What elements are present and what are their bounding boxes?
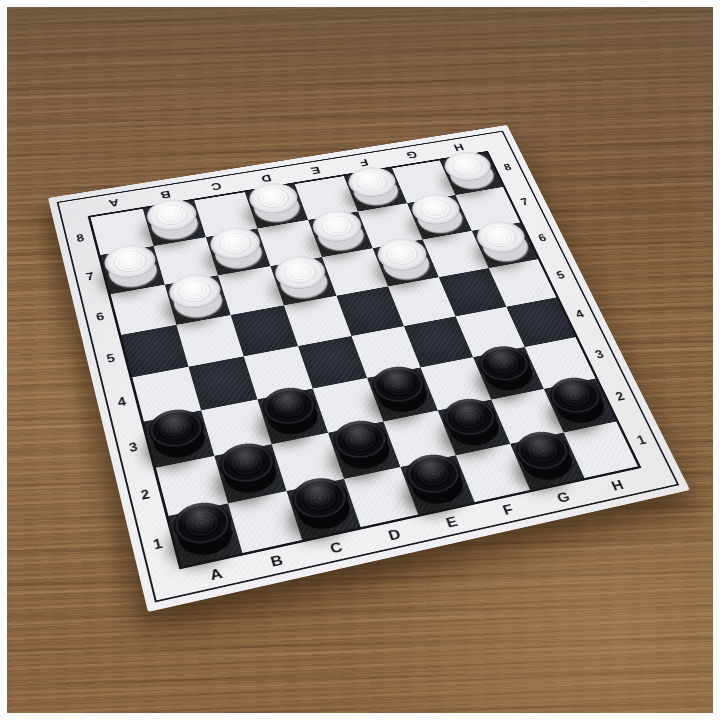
rank-label-left-2: 2 <box>140 488 151 502</box>
file-label-top-f: F <box>358 157 370 167</box>
file-label-bottom-g: G <box>555 490 572 505</box>
rank-label-left-5: 5 <box>106 353 117 365</box>
rank-label-left-7: 7 <box>85 271 95 282</box>
rank-label-right-2: 2 <box>614 391 626 403</box>
file-label-top-h: H <box>452 142 465 152</box>
file-label-top-a: A <box>108 197 121 208</box>
rank-label-left-6: 6 <box>95 311 105 323</box>
file-label-bottom-e: E <box>444 514 459 529</box>
file-label-bottom-b: B <box>269 553 285 569</box>
rank-label-left-4: 4 <box>116 396 127 409</box>
rank-label-right-6: 6 <box>537 233 548 243</box>
file-label-bottom-f: F <box>501 502 515 517</box>
rank-label-right-5: 5 <box>555 270 566 281</box>
file-label-bottom-d: D <box>387 527 403 543</box>
rank-label-right-7: 7 <box>519 197 530 207</box>
file-label-bottom-h: H <box>609 478 625 493</box>
file-label-top-c: C <box>210 181 223 192</box>
file-label-top-d: D <box>260 173 273 184</box>
rank-label-left-8: 8 <box>76 233 86 244</box>
rank-label-right-8: 8 <box>503 163 514 173</box>
photo-stage: AABBCCDDEEFFGGHH1122334455667788 <box>0 0 720 720</box>
file-label-top-b: B <box>159 189 172 200</box>
rank-label-right-3: 3 <box>594 349 606 361</box>
file-label-top-e: E <box>309 165 321 176</box>
file-label-top-g: G <box>405 149 419 160</box>
rank-label-right-1: 1 <box>635 434 648 447</box>
rank-label-right-4: 4 <box>574 309 586 320</box>
rank-label-left-3: 3 <box>128 441 139 454</box>
rank-label-left-1: 1 <box>152 537 164 551</box>
file-label-bottom-c: C <box>328 540 344 556</box>
file-label-bottom-a: A <box>208 566 224 582</box>
